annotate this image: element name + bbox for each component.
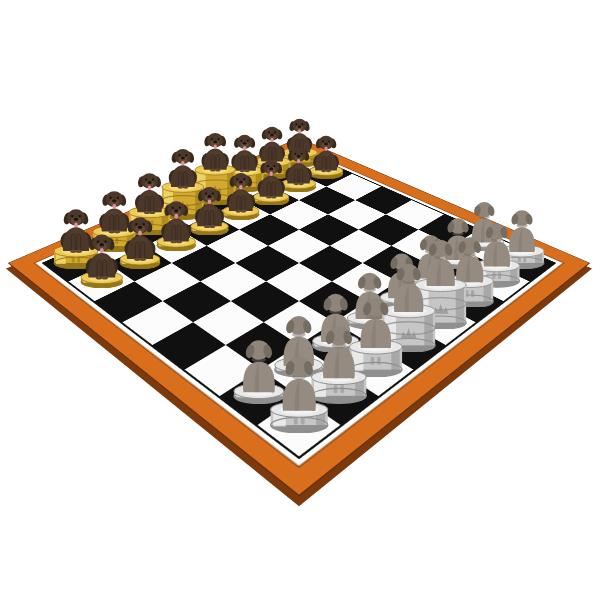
puppy-figurine-front	[86, 234, 118, 279]
piece-white-pawn-a2[interactable]	[77, 231, 127, 288]
puppy-figurine-front	[201, 133, 228, 172]
piece-black-rook-a8[interactable]	[268, 351, 330, 433]
chess-pieces-layer	[0, 0, 600, 600]
puppy-figurine-front	[124, 217, 155, 261]
puppy-figurine-front	[195, 187, 224, 228]
puppy-figurine-front	[161, 201, 191, 243]
puppy-figurine-back	[282, 356, 316, 412]
chess-set-photo	[0, 0, 600, 600]
